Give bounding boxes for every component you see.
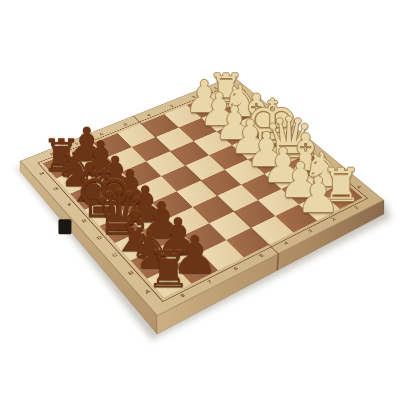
frame-label-B: B [123, 268, 140, 279]
frame-label-A: A [139, 286, 156, 297]
frame-label-F: F [267, 113, 281, 121]
frame-label-5: 5 [253, 251, 269, 262]
chess-set-photo: AABBCCDDEEFFGGHH8877665544332211 ♜♟♞♟♝♟♚… [0, 0, 400, 400]
frame-label-D: D [91, 233, 107, 243]
frame-label-4: 4 [278, 238, 294, 248]
frame-label-C: C [107, 250, 124, 261]
frame-label-1: 1 [349, 203, 364, 212]
frame-label-7: 7 [201, 277, 218, 288]
frame-label-H: H [237, 88, 251, 95]
frame-label-F: F [62, 200, 78, 210]
frame-label-E: E [77, 216, 93, 226]
frame-label-G: G [252, 100, 266, 107]
frame-label-2: 2 [326, 214, 341, 224]
frame-label-3: 3 [302, 226, 318, 236]
frame-label-G: G [48, 184, 64, 193]
frame-label-E: E [283, 126, 297, 134]
frame-label-H: H [35, 169, 50, 178]
clasp-latch-icon [58, 219, 71, 234]
fold-seam-edge [277, 254, 278, 270]
frame-label-6: 6 [228, 263, 244, 274]
